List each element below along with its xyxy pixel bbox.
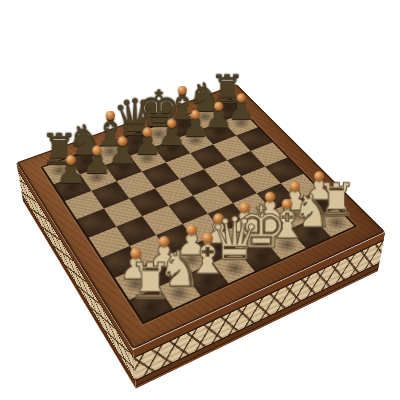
product-photo-scene: ♜♞♝♛♚♝♞♜♟♟♟♟♟♟♟♟♟♟♟♟♟♟♟♟♜♞♝♛♚♝♞♜: [0, 0, 400, 400]
piece-white-rook-a1[interactable]: ♜: [113, 257, 186, 307]
chess-board: ♜♞♝♛♚♝♞♜♟♟♟♟♟♟♟♟♟♟♟♟♟♟♟♟♜♞♝♛♚♝♞♜: [16, 84, 385, 350]
piece-black-pawn-a7[interactable]: ♟: [39, 154, 102, 188]
